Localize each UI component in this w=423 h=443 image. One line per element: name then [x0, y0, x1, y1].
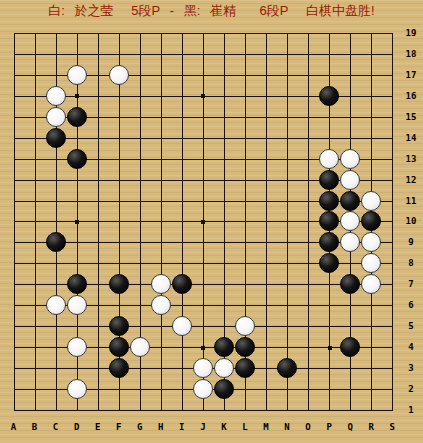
stone-black-P16 — [319, 86, 339, 106]
coord-row-label-4: 4 — [401, 342, 421, 352]
coord-column-label-L: L — [235, 422, 255, 432]
stone-white-P13 — [319, 149, 339, 169]
stone-white-D4 — [67, 337, 87, 357]
coord-column-label-S: S — [382, 422, 402, 432]
stone-white-Q12 — [340, 170, 360, 190]
stone-black-N3 — [277, 358, 297, 378]
coord-row-label-9: 9 — [401, 237, 421, 247]
coord-row-label-18: 18 — [401, 49, 421, 59]
go-board[interactable]: ABCDEFGHIJKLMNOPQRS191817161514131211109… — [0, 0, 423, 443]
star-point-J16 — [201, 94, 205, 98]
stone-white-R9 — [361, 232, 381, 252]
coord-column-label-B: B — [25, 422, 45, 432]
stone-black-D13 — [67, 149, 87, 169]
stone-black-D15 — [67, 107, 87, 127]
grid-line-vertical — [308, 33, 309, 411]
stone-white-R8 — [361, 253, 381, 273]
stone-white-C6 — [46, 295, 66, 315]
coord-column-label-M: M — [256, 422, 276, 432]
stone-black-F3 — [109, 358, 129, 378]
coord-row-label-11: 11 — [401, 196, 421, 206]
stone-white-F17 — [109, 65, 129, 85]
star-point-P4 — [328, 346, 332, 350]
coord-row-label-6: 6 — [401, 300, 421, 310]
coord-column-label-J: J — [193, 422, 213, 432]
coord-column-label-A: A — [4, 422, 24, 432]
coord-row-label-5: 5 — [401, 321, 421, 331]
stone-black-P11 — [319, 191, 339, 211]
stone-white-I5 — [172, 316, 192, 336]
coord-row-label-12: 12 — [401, 175, 421, 185]
coord-column-label-I: I — [172, 422, 192, 432]
coord-column-label-G: G — [130, 422, 150, 432]
stone-white-G4 — [130, 337, 150, 357]
stone-white-J2 — [193, 379, 213, 399]
coord-row-label-17: 17 — [401, 70, 421, 80]
stone-white-J3 — [193, 358, 213, 378]
stone-black-P8 — [319, 253, 339, 273]
coord-column-label-O: O — [298, 422, 318, 432]
coord-column-label-F: F — [109, 422, 129, 432]
coord-row-label-7: 7 — [401, 279, 421, 289]
coord-column-label-D: D — [67, 422, 87, 432]
stone-black-C9 — [46, 232, 66, 252]
star-point-D16 — [75, 94, 79, 98]
stone-black-P9 — [319, 232, 339, 252]
coord-row-label-16: 16 — [401, 91, 421, 101]
stone-black-C14 — [46, 128, 66, 148]
stone-white-C16 — [46, 86, 66, 106]
stone-white-Q13 — [340, 149, 360, 169]
stone-white-H7 — [151, 274, 171, 294]
stone-black-L4 — [235, 337, 255, 357]
stone-black-P10 — [319, 211, 339, 231]
grid-line-horizontal — [14, 326, 394, 327]
coord-row-label-3: 3 — [401, 363, 421, 373]
stone-black-K2 — [214, 379, 234, 399]
grid-line-vertical — [392, 33, 393, 411]
coord-column-label-P: P — [319, 422, 339, 432]
coord-row-label-10: 10 — [401, 216, 421, 226]
stone-black-F7 — [109, 274, 129, 294]
grid-line-vertical — [287, 33, 288, 411]
stone-black-Q11 — [340, 191, 360, 211]
stone-white-H6 — [151, 295, 171, 315]
stone-white-D17 — [67, 65, 87, 85]
stone-white-D6 — [67, 295, 87, 315]
coord-row-label-1: 1 — [401, 405, 421, 415]
stone-white-K3 — [214, 358, 234, 378]
stone-black-L3 — [235, 358, 255, 378]
coord-column-label-R: R — [361, 422, 381, 432]
stone-white-D2 — [67, 379, 87, 399]
stone-black-P12 — [319, 170, 339, 190]
stone-black-Q7 — [340, 274, 360, 294]
coord-column-label-E: E — [88, 422, 108, 432]
stone-white-Q10 — [340, 211, 360, 231]
stone-black-D7 — [67, 274, 87, 294]
stone-white-R11 — [361, 191, 381, 211]
stone-black-Q4 — [340, 337, 360, 357]
coord-column-label-N: N — [277, 422, 297, 432]
star-point-J10 — [201, 220, 205, 224]
stone-black-F4 — [109, 337, 129, 357]
stone-black-R10 — [361, 211, 381, 231]
coord-row-label-2: 2 — [401, 384, 421, 394]
coord-row-label-13: 13 — [401, 154, 421, 164]
stone-white-L5 — [235, 316, 255, 336]
coord-row-label-15: 15 — [401, 112, 421, 122]
coord-row-label-14: 14 — [401, 133, 421, 143]
stone-white-Q9 — [340, 232, 360, 252]
coord-column-label-K: K — [214, 422, 234, 432]
stone-white-R7 — [361, 274, 381, 294]
stone-white-C15 — [46, 107, 66, 127]
coord-row-label-8: 8 — [401, 258, 421, 268]
stone-black-F5 — [109, 316, 129, 336]
go-game-viewer: 白: 於之莹 5段P - 黑: 崔精 6段P 白棋中盘胜! ABCDEFGHIJ… — [0, 0, 423, 443]
grid-line-horizontal — [14, 410, 394, 411]
coord-row-label-19: 19 — [401, 28, 421, 38]
grid-line-vertical — [266, 33, 267, 411]
stone-black-K4 — [214, 337, 234, 357]
coord-column-label-H: H — [151, 422, 171, 432]
coord-column-label-Q: Q — [340, 422, 360, 432]
star-point-D10 — [75, 220, 79, 224]
star-point-J4 — [201, 346, 205, 350]
stone-black-I7 — [172, 274, 192, 294]
coord-column-label-C: C — [46, 422, 66, 432]
